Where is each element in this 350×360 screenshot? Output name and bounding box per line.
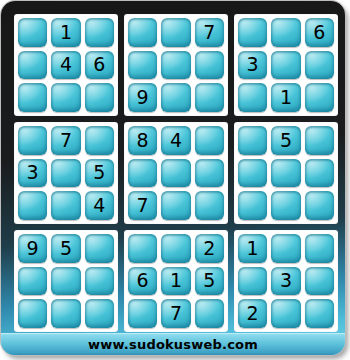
cell-r7c1[interactable]: 9 (18, 234, 47, 263)
cell-r4c7[interactable] (238, 126, 267, 155)
cell-r8c1[interactable] (18, 267, 47, 296)
cell-r5c3[interactable]: 5 (85, 159, 114, 188)
cell-r9c9[interactable] (305, 299, 334, 328)
cell-r8c9[interactable] (305, 267, 334, 296)
website-link[interactable]: www.sudokusweb.com (88, 337, 258, 352)
cell-r2c6[interactable] (195, 51, 224, 80)
cell-r1c9[interactable]: 6 (305, 18, 334, 47)
cell-r2c5[interactable] (161, 51, 190, 80)
cell-r3c3[interactable] (85, 83, 114, 112)
cell-r7c7[interactable]: 1 (238, 234, 267, 263)
sudoku-board: 14679631735484759526157132 (14, 14, 338, 332)
cell-r6c9[interactable] (305, 191, 334, 220)
cell-r4c8[interactable]: 5 (271, 126, 300, 155)
cell-r3c4[interactable]: 9 (128, 83, 157, 112)
cell-r4c9[interactable] (305, 126, 334, 155)
cell-r6c7[interactable] (238, 191, 267, 220)
cell-r7c5[interactable] (161, 234, 190, 263)
cell-r9c3[interactable] (85, 299, 114, 328)
cell-r6c5[interactable] (161, 191, 190, 220)
cell-r1c4[interactable] (128, 18, 157, 47)
cell-r9c5[interactable]: 7 (161, 299, 190, 328)
cell-r1c5[interactable] (161, 18, 190, 47)
cell-r4c5[interactable]: 4 (161, 126, 190, 155)
cell-r5c5[interactable] (161, 159, 190, 188)
cell-r7c2[interactable]: 5 (51, 234, 80, 263)
box-r1c2: 79 (124, 14, 228, 116)
cell-r3c2[interactable] (51, 83, 80, 112)
cell-r8c5[interactable]: 1 (161, 267, 190, 296)
cell-r2c7[interactable]: 3 (238, 51, 267, 80)
cell-r6c3[interactable]: 4 (85, 191, 114, 220)
cell-r5c1[interactable]: 3 (18, 159, 47, 188)
cell-r1c3[interactable] (85, 18, 114, 47)
cell-r8c3[interactable] (85, 267, 114, 296)
cell-r2c1[interactable] (18, 51, 47, 80)
cell-r1c8[interactable] (271, 18, 300, 47)
cell-r4c6[interactable] (195, 126, 224, 155)
cell-r3c8[interactable]: 1 (271, 83, 300, 112)
cell-r3c6[interactable] (195, 83, 224, 112)
cell-r7c4[interactable] (128, 234, 157, 263)
box-r1c3: 631 (234, 14, 338, 116)
cell-r1c2[interactable]: 1 (51, 18, 80, 47)
cell-r5c7[interactable] (238, 159, 267, 188)
box-r2c3: 5 (234, 122, 338, 224)
cell-r5c6[interactable] (195, 159, 224, 188)
cell-r5c2[interactable] (51, 159, 80, 188)
cell-r6c6[interactable] (195, 191, 224, 220)
cell-r1c6[interactable]: 7 (195, 18, 224, 47)
cell-r9c7[interactable]: 2 (238, 299, 267, 328)
cell-r7c9[interactable] (305, 234, 334, 263)
cell-r9c8[interactable] (271, 299, 300, 328)
cell-r5c9[interactable] (305, 159, 334, 188)
cell-r4c2[interactable]: 7 (51, 126, 80, 155)
cell-r7c3[interactable] (85, 234, 114, 263)
cell-r2c3[interactable]: 6 (85, 51, 114, 80)
cell-r5c4[interactable] (128, 159, 157, 188)
cell-r4c3[interactable] (85, 126, 114, 155)
cell-r8c8[interactable]: 3 (271, 267, 300, 296)
box-r2c2: 847 (124, 122, 228, 224)
cell-r5c8[interactable] (271, 159, 300, 188)
box-r1c1: 146 (14, 14, 118, 116)
cell-r2c4[interactable] (128, 51, 157, 80)
cell-r6c8[interactable] (271, 191, 300, 220)
cell-r2c9[interactable] (305, 51, 334, 80)
cell-r3c9[interactable] (305, 83, 334, 112)
cell-r8c4[interactable]: 6 (128, 267, 157, 296)
cell-r2c2[interactable]: 4 (51, 51, 80, 80)
cell-r3c7[interactable] (238, 83, 267, 112)
cell-r8c6[interactable]: 5 (195, 267, 224, 296)
box-r3c1: 95 (14, 230, 118, 332)
cell-r6c1[interactable] (18, 191, 47, 220)
box-r2c1: 7354 (14, 122, 118, 224)
footer-bar: www.sudokusweb.com (1, 333, 345, 355)
cell-r4c4[interactable]: 8 (128, 126, 157, 155)
cell-r9c1[interactable] (18, 299, 47, 328)
cell-r1c7[interactable] (238, 18, 267, 47)
cell-r1c1[interactable] (18, 18, 47, 47)
cell-r9c4[interactable] (128, 299, 157, 328)
page: 14679631735484759526157132 www.sudokuswe… (0, 0, 350, 360)
cell-r6c2[interactable] (51, 191, 80, 220)
cell-r8c2[interactable] (51, 267, 80, 296)
cell-r2c8[interactable] (271, 51, 300, 80)
sudoku-board-frame: 14679631735484759526157132 www.sudokuswe… (1, 1, 345, 355)
cell-r9c2[interactable] (51, 299, 80, 328)
cell-r9c6[interactable] (195, 299, 224, 328)
box-r3c2: 26157 (124, 230, 228, 332)
cell-r8c7[interactable] (238, 267, 267, 296)
cell-r3c5[interactable] (161, 83, 190, 112)
cell-r7c8[interactable] (271, 234, 300, 263)
cell-r4c1[interactable] (18, 126, 47, 155)
cell-r7c6[interactable]: 2 (195, 234, 224, 263)
box-r3c3: 132 (234, 230, 338, 332)
cell-r3c1[interactable] (18, 83, 47, 112)
cell-r6c4[interactable]: 7 (128, 191, 157, 220)
